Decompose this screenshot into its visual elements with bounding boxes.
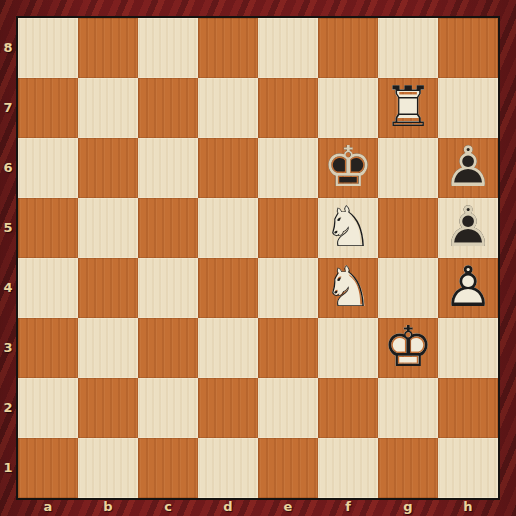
square-h7[interactable] <box>438 78 498 138</box>
file-label-c: c <box>138 499 198 516</box>
piece-white-rook-g7[interactable]: ♜♖ <box>378 78 438 138</box>
file-label-d: d <box>198 499 258 516</box>
square-e4[interactable] <box>258 258 318 318</box>
square-g1[interactable] <box>378 438 438 498</box>
square-f5[interactable]: ♞♘ <box>318 198 378 258</box>
square-g6[interactable] <box>378 138 438 198</box>
square-g7[interactable]: ♜♖ <box>378 78 438 138</box>
black-king-outline-glyph: ♔ <box>323 139 373 195</box>
square-h5[interactable]: ♟♙ <box>438 198 498 258</box>
square-a7[interactable] <box>18 78 78 138</box>
square-b6[interactable] <box>78 138 138 198</box>
board-frame: ♜♖♚♔♟♙♞♘♟♙♞♘♟♙♚♔ 87654321abcdefgh <box>0 0 516 516</box>
rank-label-4: 4 <box>0 258 16 318</box>
square-b8[interactable] <box>78 18 138 78</box>
file-label-b: b <box>78 499 138 516</box>
square-c1[interactable] <box>138 438 198 498</box>
square-f1[interactable] <box>318 438 378 498</box>
file-label-e: e <box>258 499 318 516</box>
black-pawn-outline-glyph: ♙ <box>443 139 493 195</box>
square-f3[interactable] <box>318 318 378 378</box>
square-f8[interactable] <box>318 18 378 78</box>
square-a1[interactable] <box>18 438 78 498</box>
square-g4[interactable] <box>378 258 438 318</box>
piece-black-pawn-h5[interactable]: ♟♙ <box>438 198 498 258</box>
square-b7[interactable] <box>78 78 138 138</box>
square-b3[interactable] <box>78 318 138 378</box>
square-b2[interactable] <box>78 378 138 438</box>
piece-white-pawn-h4[interactable]: ♟♙ <box>438 258 498 318</box>
square-c4[interactable] <box>138 258 198 318</box>
square-f7[interactable] <box>318 78 378 138</box>
square-a6[interactable] <box>18 138 78 198</box>
rank-label-5: 5 <box>0 198 16 258</box>
square-e5[interactable] <box>258 198 318 258</box>
square-e6[interactable] <box>258 138 318 198</box>
square-g2[interactable] <box>378 378 438 438</box>
square-b5[interactable] <box>78 198 138 258</box>
square-c5[interactable] <box>138 198 198 258</box>
square-d4[interactable] <box>198 258 258 318</box>
square-c6[interactable] <box>138 138 198 198</box>
square-f2[interactable] <box>318 378 378 438</box>
square-e7[interactable] <box>258 78 318 138</box>
square-c7[interactable] <box>138 78 198 138</box>
piece-white-knight-f5[interactable]: ♞♘ <box>318 198 378 258</box>
rank-label-7: 7 <box>0 78 16 138</box>
square-d5[interactable] <box>198 198 258 258</box>
square-d7[interactable] <box>198 78 258 138</box>
square-b1[interactable] <box>78 438 138 498</box>
square-e1[interactable] <box>258 438 318 498</box>
square-h3[interactable] <box>438 318 498 378</box>
rank-label-1: 1 <box>0 438 16 498</box>
square-a3[interactable] <box>18 318 78 378</box>
square-c3[interactable] <box>138 318 198 378</box>
square-g8[interactable] <box>378 18 438 78</box>
square-h6[interactable]: ♟♙ <box>438 138 498 198</box>
white-knight-outline-glyph: ♘ <box>323 259 373 315</box>
square-a5[interactable] <box>18 198 78 258</box>
square-d2[interactable] <box>198 378 258 438</box>
file-label-g: g <box>378 499 438 516</box>
square-h2[interactable] <box>438 378 498 438</box>
white-pawn-outline-glyph: ♙ <box>443 259 493 315</box>
square-e3[interactable] <box>258 318 318 378</box>
square-e8[interactable] <box>258 18 318 78</box>
black-pawn-outline-glyph: ♙ <box>443 199 493 255</box>
rank-label-8: 8 <box>0 18 16 78</box>
square-a8[interactable] <box>18 18 78 78</box>
square-a2[interactable] <box>18 378 78 438</box>
square-g5[interactable] <box>378 198 438 258</box>
file-label-f: f <box>318 499 378 516</box>
square-c2[interactable] <box>138 378 198 438</box>
square-d1[interactable] <box>198 438 258 498</box>
file-label-h: h <box>438 499 498 516</box>
piece-black-pawn-h6[interactable]: ♟♙ <box>438 138 498 198</box>
file-label-a: a <box>18 499 78 516</box>
square-f4[interactable]: ♞♘ <box>318 258 378 318</box>
square-f6[interactable]: ♚♔ <box>318 138 378 198</box>
square-d8[interactable] <box>198 18 258 78</box>
square-h1[interactable] <box>438 438 498 498</box>
square-h4[interactable]: ♟♙ <box>438 258 498 318</box>
square-d6[interactable] <box>198 138 258 198</box>
rank-label-6: 6 <box>0 138 16 198</box>
rank-label-3: 3 <box>0 318 16 378</box>
white-king-outline-glyph: ♔ <box>383 319 433 375</box>
square-c8[interactable] <box>138 18 198 78</box>
square-b4[interactable] <box>78 258 138 318</box>
rank-label-2: 2 <box>0 378 16 438</box>
piece-white-knight-f4[interactable]: ♞♘ <box>318 258 378 318</box>
chess-board: ♜♖♚♔♟♙♞♘♟♙♞♘♟♙♚♔ <box>16 16 500 500</box>
piece-black-king-f6[interactable]: ♚♔ <box>318 138 378 198</box>
square-e2[interactable] <box>258 378 318 438</box>
white-knight-outline-glyph: ♘ <box>323 199 373 255</box>
square-g3[interactable]: ♚♔ <box>378 318 438 378</box>
piece-white-king-g3[interactable]: ♚♔ <box>378 318 438 378</box>
white-rook-outline-glyph: ♖ <box>383 79 433 135</box>
square-d3[interactable] <box>198 318 258 378</box>
square-a4[interactable] <box>18 258 78 318</box>
square-h8[interactable] <box>438 18 498 78</box>
